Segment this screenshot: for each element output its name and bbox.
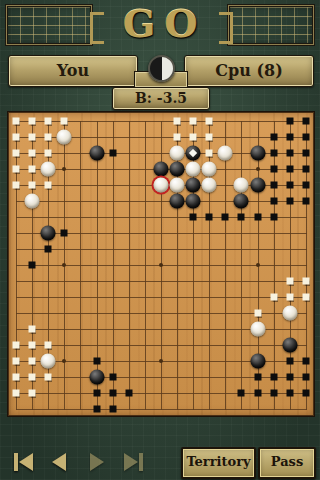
white-territory-marker	[29, 118, 36, 125]
black-territory-marker	[286, 166, 293, 173]
black-territory-marker	[270, 150, 277, 157]
black-territory-marker	[222, 214, 229, 221]
white-territory-marker	[13, 134, 20, 141]
black-territory-marker	[286, 390, 293, 397]
score-display: B: -3.5	[112, 87, 210, 110]
black-territory-marker	[286, 182, 293, 189]
white-territory-marker	[29, 326, 36, 333]
star-point	[256, 263, 260, 267]
black-territory-marker	[109, 150, 116, 157]
white-territory-marker	[45, 118, 52, 125]
white-territory-marker	[254, 310, 261, 317]
grid-line-horizontal	[16, 313, 307, 314]
black-territory-marker	[286, 374, 293, 381]
black-territory-marker	[270, 214, 277, 221]
black-territory-marker	[302, 166, 309, 173]
black-territory-marker	[302, 358, 309, 365]
grid-line-vertical	[290, 121, 291, 410]
white-territory-marker	[13, 390, 20, 397]
grid-line-horizontal	[16, 409, 307, 410]
step-forward-icon	[90, 453, 104, 471]
go-app-screen: GO You Cpu (8) B: -3.5 Territory Pass	[0, 0, 320, 480]
black-stone	[186, 178, 201, 193]
star-point	[256, 167, 260, 171]
white-stone	[218, 146, 233, 161]
grid-line-horizontal	[16, 345, 307, 346]
black-territory-marker	[206, 214, 213, 221]
star-point	[62, 263, 66, 267]
white-territory-marker	[13, 342, 20, 349]
white-territory-marker	[29, 374, 36, 381]
white-territory-marker	[45, 182, 52, 189]
white-territory-marker	[13, 358, 20, 365]
skip-back-button[interactable]	[8, 448, 38, 476]
black-territory-marker	[302, 198, 309, 205]
app-title: GO	[0, 1, 320, 46]
grid-line-vertical	[306, 121, 307, 410]
step-back-button[interactable]	[44, 448, 74, 476]
grid-line-vertical	[274, 121, 275, 410]
white-stone	[41, 354, 56, 369]
black-stone	[234, 194, 249, 209]
white-territory-marker	[286, 278, 293, 285]
white-territory-marker	[190, 134, 197, 141]
black-territory-marker	[61, 230, 68, 237]
white-territory-marker	[174, 118, 181, 125]
yin-yang-icon	[148, 55, 175, 82]
skip-forward-button[interactable]	[118, 448, 148, 476]
nav-bar	[8, 447, 148, 477]
grid-line-horizontal	[16, 377, 307, 378]
black-stone	[250, 178, 265, 193]
black-stone	[186, 194, 201, 209]
black-territory-marker	[302, 182, 309, 189]
white-stone	[234, 178, 249, 193]
white-territory-marker	[13, 374, 20, 381]
black-stone	[250, 146, 265, 161]
black-territory-marker	[254, 390, 261, 397]
white-territory-marker	[45, 150, 52, 157]
white-territory-marker	[29, 182, 36, 189]
white-territory-marker	[45, 374, 52, 381]
black-stone	[170, 162, 185, 177]
black-territory-marker	[93, 390, 100, 397]
black-territory-marker	[190, 214, 197, 221]
black-stone	[89, 370, 104, 385]
star-point	[62, 359, 66, 363]
black-territory-marker	[286, 150, 293, 157]
black-territory-marker	[109, 406, 116, 413]
grid-line-vertical	[225, 121, 226, 410]
white-territory-marker	[13, 166, 20, 173]
black-territory-marker	[238, 214, 245, 221]
white-territory-marker	[13, 150, 20, 157]
player-left-label: You	[8, 55, 138, 87]
star-point	[159, 359, 163, 363]
white-stone	[202, 178, 217, 193]
black-stone	[89, 146, 104, 161]
black-territory-marker	[270, 390, 277, 397]
white-stone	[282, 306, 297, 321]
black-stone	[153, 162, 168, 177]
white-stone	[57, 130, 72, 145]
black-territory-marker	[286, 198, 293, 205]
white-territory-marker	[61, 118, 68, 125]
black-stone	[282, 338, 297, 353]
white-stone	[202, 162, 217, 177]
white-stone	[170, 178, 185, 193]
black-territory-marker	[286, 134, 293, 141]
go-board[interactable]	[8, 112, 314, 416]
white-territory-marker	[29, 342, 36, 349]
black-territory-marker	[286, 118, 293, 125]
skip-back-icon-arrow	[19, 453, 33, 471]
white-territory-marker	[190, 118, 197, 125]
white-territory-marker	[29, 358, 36, 365]
black-stone	[170, 194, 185, 209]
skip-back-icon	[14, 453, 18, 471]
white-territory-marker	[302, 278, 309, 285]
pass-button[interactable]: Pass	[258, 447, 316, 479]
white-territory-marker	[270, 294, 277, 301]
black-stone	[250, 354, 265, 369]
black-territory-marker	[270, 182, 277, 189]
black-territory-marker	[302, 390, 309, 397]
grid-line-horizontal	[16, 281, 307, 282]
white-stone-red-circle	[153, 178, 168, 193]
black-territory-marker	[238, 390, 245, 397]
black-territory-marker	[270, 166, 277, 173]
star-point	[159, 263, 163, 267]
black-territory-marker	[254, 374, 261, 381]
black-territory-marker	[286, 358, 293, 365]
white-territory-marker	[45, 134, 52, 141]
white-territory-marker	[29, 390, 36, 397]
white-stone	[170, 146, 185, 161]
territory-button[interactable]: Territory	[181, 447, 256, 479]
white-stone	[186, 162, 201, 177]
black-territory-marker	[302, 150, 309, 157]
black-territory-marker	[302, 134, 309, 141]
step-back-icon	[52, 453, 66, 471]
white-territory-marker	[206, 150, 213, 157]
black-territory-marker	[29, 262, 36, 269]
black-territory-marker	[270, 198, 277, 205]
white-stone	[41, 162, 56, 177]
black-territory-marker	[302, 374, 309, 381]
skip-forward-icon	[139, 453, 143, 471]
step-forward-button[interactable]	[82, 448, 112, 476]
black-territory-marker	[109, 390, 116, 397]
white-territory-marker	[13, 118, 20, 125]
white-territory-marker	[29, 150, 36, 157]
black-territory-marker	[109, 374, 116, 381]
grid-line-horizontal	[16, 393, 307, 394]
black-territory-marker	[270, 134, 277, 141]
white-territory-marker	[206, 118, 213, 125]
star-point	[62, 167, 66, 171]
white-territory-marker	[29, 166, 36, 173]
black-territory-marker	[302, 118, 309, 125]
black-territory-marker	[93, 358, 100, 365]
grid-line-horizontal	[16, 297, 307, 298]
grid-line-vertical	[241, 121, 242, 410]
black-territory-marker	[45, 246, 52, 253]
white-territory-marker	[13, 182, 20, 189]
white-stone	[25, 194, 40, 209]
black-territory-marker	[125, 390, 132, 397]
white-territory-marker	[174, 134, 181, 141]
black-territory-marker	[270, 374, 277, 381]
white-territory-marker	[206, 134, 213, 141]
white-territory-marker	[286, 294, 293, 301]
white-territory-marker	[302, 294, 309, 301]
white-territory-marker	[45, 342, 52, 349]
white-territory-marker	[29, 134, 36, 141]
black-stone	[41, 226, 56, 241]
white-stone	[250, 322, 265, 337]
black-territory-marker	[93, 406, 100, 413]
black-territory-marker	[254, 214, 261, 221]
player-right-label: Cpu (8)	[184, 55, 314, 87]
skip-forward-icon-arrow	[124, 453, 138, 471]
